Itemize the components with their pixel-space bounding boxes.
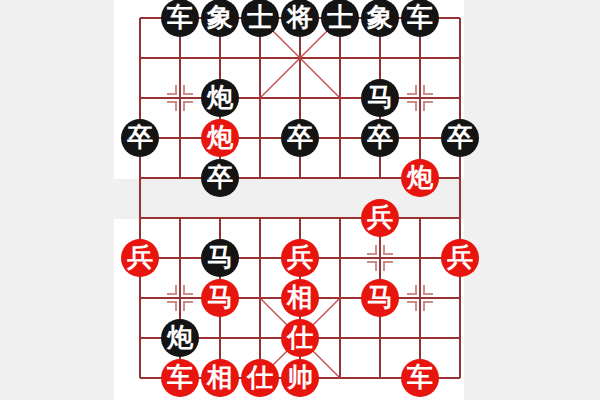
intersection-8-9[interactable] <box>440 358 480 398</box>
black-general[interactable]: 将 <box>281 0 319 37</box>
intersection-2-4[interactable]: 卒 <box>200 158 240 198</box>
black-elephant[interactable]: 象 <box>361 0 399 37</box>
intersection-5-2[interactable] <box>320 78 360 118</box>
intersection-4-2[interactable] <box>280 78 320 118</box>
intersection-3-3[interactable] <box>240 118 280 158</box>
red-soldier[interactable]: 兵 <box>441 239 479 277</box>
intersection-4-4[interactable] <box>280 158 320 198</box>
black-cannon[interactable]: 炮 <box>161 319 199 357</box>
intersection-5-1[interactable] <box>320 38 360 78</box>
intersection-8-5[interactable] <box>440 198 480 238</box>
intersection-7-6[interactable] <box>400 238 440 278</box>
intersection-1-4[interactable] <box>160 158 200 198</box>
intersection-2-5[interactable] <box>200 198 240 238</box>
black-advisor[interactable]: 士 <box>321 0 359 37</box>
intersection-6-6[interactable] <box>360 238 400 278</box>
red-elephant[interactable]: 相 <box>281 279 319 317</box>
intersection-2-1[interactable] <box>200 38 240 78</box>
black-chariot[interactable]: 车 <box>401 0 439 37</box>
red-soldier[interactable]: 兵 <box>361 199 399 237</box>
intersection-3-2[interactable] <box>240 78 280 118</box>
intersection-0-4[interactable] <box>120 158 160 198</box>
intersection-5-3[interactable] <box>320 118 360 158</box>
xiangqi-app: 车象士将士象车炮马卒炮卒卒卒卒炮兵兵马兵兵马相马炮仕车相仕帅车 <box>0 0 600 400</box>
red-horse[interactable]: 马 <box>201 279 239 317</box>
intersection-6-8[interactable] <box>360 318 400 358</box>
intersection-1-6[interactable] <box>160 238 200 278</box>
intersection-6-5[interactable]: 兵 <box>360 198 400 238</box>
red-cannon[interactable]: 炮 <box>201 119 239 157</box>
intersection-4-3[interactable]: 卒 <box>280 118 320 158</box>
black-advisor[interactable]: 士 <box>241 0 279 37</box>
red-cannon[interactable]: 炮 <box>401 159 439 197</box>
black-horse[interactable]: 马 <box>201 239 239 277</box>
red-soldier[interactable]: 兵 <box>121 239 159 277</box>
intersection-8-3[interactable]: 卒 <box>440 118 480 158</box>
intersection-3-1[interactable] <box>240 38 280 78</box>
red-general[interactable]: 帅 <box>281 359 319 397</box>
black-soldier[interactable]: 卒 <box>441 119 479 157</box>
intersection-6-1[interactable] <box>360 38 400 78</box>
intersection-8-7[interactable] <box>440 278 480 318</box>
intersection-8-1[interactable] <box>440 38 480 78</box>
intersection-5-9[interactable] <box>320 358 360 398</box>
intersection-1-7[interactable] <box>160 278 200 318</box>
intersection-7-1[interactable] <box>400 38 440 78</box>
intersection-0-9[interactable] <box>120 358 160 398</box>
intersection-8-6[interactable]: 兵 <box>440 238 480 278</box>
intersection-4-9[interactable]: 帅 <box>280 358 320 398</box>
red-advisor[interactable]: 仕 <box>281 319 319 357</box>
intersection-2-3[interactable]: 炮 <box>200 118 240 158</box>
intersection-1-2[interactable] <box>160 78 200 118</box>
red-soldier[interactable]: 兵 <box>281 239 319 277</box>
red-advisor[interactable]: 仕 <box>241 359 279 397</box>
intersection-3-8[interactable] <box>240 318 280 358</box>
intersection-7-4[interactable]: 炮 <box>400 158 440 198</box>
red-horse[interactable]: 马 <box>361 279 399 317</box>
black-elephant[interactable]: 象 <box>201 0 239 37</box>
intersection-8-8[interactable] <box>440 318 480 358</box>
intersection-5-0[interactable]: 士 <box>320 0 360 38</box>
intersection-5-5[interactable] <box>320 198 360 238</box>
intersection-7-7[interactable] <box>400 278 440 318</box>
intersection-0-8[interactable] <box>120 318 160 358</box>
intersection-5-7[interactable] <box>320 278 360 318</box>
intersection-7-2[interactable] <box>400 78 440 118</box>
intersection-5-8[interactable] <box>320 318 360 358</box>
intersection-2-6[interactable]: 马 <box>200 238 240 278</box>
intersection-0-5[interactable] <box>120 198 160 238</box>
intersection-7-8[interactable] <box>400 318 440 358</box>
intersection-3-0[interactable]: 士 <box>240 0 280 38</box>
intersection-4-5[interactable] <box>280 198 320 238</box>
intersection-6-7[interactable]: 马 <box>360 278 400 318</box>
intersection-0-0[interactable] <box>120 0 160 38</box>
black-horse[interactable]: 马 <box>361 79 399 117</box>
intersection-4-6[interactable]: 兵 <box>280 238 320 278</box>
intersection-5-6[interactable] <box>320 238 360 278</box>
intersection-3-4[interactable] <box>240 158 280 198</box>
black-soldier[interactable]: 卒 <box>121 119 159 157</box>
red-chariot[interactable]: 车 <box>401 359 439 397</box>
intersection-7-5[interactable] <box>400 198 440 238</box>
intersection-1-5[interactable] <box>160 198 200 238</box>
intersection-3-7[interactable] <box>240 278 280 318</box>
intersection-0-2[interactable] <box>120 78 160 118</box>
intersection-6-9[interactable] <box>360 358 400 398</box>
intersection-8-2[interactable] <box>440 78 480 118</box>
intersection-6-4[interactable] <box>360 158 400 198</box>
intersection-4-7[interactable]: 相 <box>280 278 320 318</box>
intersection-1-0[interactable]: 车 <box>160 0 200 38</box>
intersection-2-0[interactable]: 象 <box>200 0 240 38</box>
intersection-6-0[interactable]: 象 <box>360 0 400 38</box>
intersection-3-9[interactable]: 仕 <box>240 358 280 398</box>
intersection-0-7[interactable] <box>120 278 160 318</box>
intersection-0-6[interactable]: 兵 <box>120 238 160 278</box>
intersection-1-1[interactable] <box>160 38 200 78</box>
intersection-2-2[interactable]: 炮 <box>200 78 240 118</box>
intersection-4-0[interactable]: 将 <box>280 0 320 38</box>
intersection-3-5[interactable] <box>240 198 280 238</box>
intersection-2-9[interactable]: 相 <box>200 358 240 398</box>
intersection-4-8[interactable]: 仕 <box>280 318 320 358</box>
intersection-1-3[interactable] <box>160 118 200 158</box>
intersection-0-1[interactable] <box>120 38 160 78</box>
intersection-8-4[interactable] <box>440 158 480 198</box>
intersection-8-0[interactable] <box>440 0 480 38</box>
intersection-4-1[interactable] <box>280 38 320 78</box>
intersection-0-3[interactable]: 卒 <box>120 118 160 158</box>
intersection-6-2[interactable]: 马 <box>360 78 400 118</box>
intersection-6-3[interactable]: 卒 <box>360 118 400 158</box>
intersection-1-8[interactable]: 炮 <box>160 318 200 358</box>
black-soldier[interactable]: 卒 <box>281 119 319 157</box>
intersection-2-7[interactable]: 马 <box>200 278 240 318</box>
black-cannon[interactable]: 炮 <box>201 79 239 117</box>
intersection-7-0[interactable]: 车 <box>400 0 440 38</box>
intersection-7-9[interactable]: 车 <box>400 358 440 398</box>
xiangqi-board: 车象士将士象车炮马卒炮卒卒卒卒炮兵兵马兵兵马相马炮仕车相仕帅车 <box>120 0 480 398</box>
black-soldier[interactable]: 卒 <box>201 159 239 197</box>
intersection-5-4[interactable] <box>320 158 360 198</box>
intersection-2-8[interactable] <box>200 318 240 358</box>
intersection-3-6[interactable] <box>240 238 280 278</box>
intersection-1-9[interactable]: 车 <box>160 358 200 398</box>
black-soldier[interactable]: 卒 <box>361 119 399 157</box>
black-chariot[interactable]: 车 <box>161 0 199 37</box>
red-elephant[interactable]: 相 <box>201 359 239 397</box>
intersection-7-3[interactable] <box>400 118 440 158</box>
red-chariot[interactable]: 车 <box>161 359 199 397</box>
